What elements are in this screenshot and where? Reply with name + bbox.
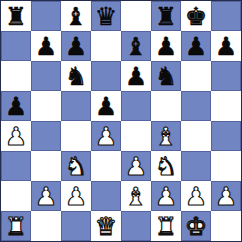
piece-black-pawn[interactable]: ♟ [5,94,27,119]
square-g1[interactable]: ♚ [181,211,211,241]
square-f2[interactable]: ♟ [151,181,181,211]
square-c1[interactable] [61,211,91,241]
piece-white-pawn[interactable]: ♟ [155,184,177,209]
piece-black-rook[interactable]: ♜ [155,4,177,29]
square-e7[interactable]: ♝ [121,31,151,61]
piece-black-knight[interactable]: ♞ [155,64,177,89]
square-d3[interactable] [91,151,121,181]
square-d1[interactable]: ♛ [91,211,121,241]
square-e3[interactable]: ♟ [121,151,151,181]
square-g6[interactable] [181,61,211,91]
square-b5[interactable] [31,91,61,121]
chess-board: ♜♝♛♜♚♟♟♝♟♟♟♞♟♞♟♟♟♟♝♞♟♞♟♟♝♟♟♟♜♛♜♚ [0,0,242,242]
square-f4[interactable]: ♝ [151,121,181,151]
square-f6[interactable]: ♞ [151,61,181,91]
square-f8[interactable]: ♜ [151,1,181,31]
square-a8[interactable]: ♜ [1,1,31,31]
square-b3[interactable] [31,151,61,181]
square-h7[interactable]: ♟ [211,31,241,61]
piece-white-knight[interactable]: ♞ [65,154,87,179]
square-b8[interactable] [31,1,61,31]
piece-white-rook[interactable]: ♜ [155,214,177,239]
square-e4[interactable] [121,121,151,151]
square-h6[interactable] [211,61,241,91]
piece-white-knight[interactable]: ♞ [155,154,177,179]
square-c7[interactable]: ♟ [61,31,91,61]
square-a3[interactable] [1,151,31,181]
square-d6[interactable] [91,61,121,91]
square-h3[interactable] [211,151,241,181]
square-h5[interactable] [211,91,241,121]
piece-black-pawn[interactable]: ♟ [95,94,117,119]
square-e6[interactable]: ♟ [121,61,151,91]
square-g3[interactable] [181,151,211,181]
square-e8[interactable] [121,1,151,31]
square-h2[interactable]: ♟ [211,181,241,211]
piece-black-rook[interactable]: ♜ [5,4,27,29]
square-h4[interactable] [211,121,241,151]
square-c8[interactable]: ♝ [61,1,91,31]
piece-white-pawn[interactable]: ♟ [5,124,27,149]
square-a6[interactable] [1,61,31,91]
square-d2[interactable] [91,181,121,211]
piece-black-knight[interactable]: ♞ [65,64,87,89]
piece-black-queen[interactable]: ♛ [95,4,117,29]
square-a7[interactable] [1,31,31,61]
square-c4[interactable] [61,121,91,151]
square-d4[interactable]: ♟ [91,121,121,151]
square-f3[interactable]: ♞ [151,151,181,181]
piece-white-pawn[interactable]: ♟ [215,184,237,209]
square-b4[interactable] [31,121,61,151]
piece-black-pawn[interactable]: ♟ [185,34,207,59]
square-h8[interactable] [211,1,241,31]
piece-black-bishop[interactable]: ♝ [65,4,87,29]
piece-white-king[interactable]: ♚ [185,214,207,239]
piece-white-bishop[interactable]: ♝ [155,124,177,149]
square-f5[interactable] [151,91,181,121]
piece-black-pawn[interactable]: ♟ [35,34,57,59]
square-b7[interactable]: ♟ [31,31,61,61]
piece-white-rook[interactable]: ♜ [5,214,27,239]
square-c2[interactable]: ♟ [61,181,91,211]
piece-black-bishop[interactable]: ♝ [125,34,147,59]
square-a5[interactable]: ♟ [1,91,31,121]
piece-black-pawn[interactable]: ♟ [215,34,237,59]
square-d5[interactable]: ♟ [91,91,121,121]
piece-white-queen[interactable]: ♛ [95,214,117,239]
square-b1[interactable] [31,211,61,241]
square-a4[interactable]: ♟ [1,121,31,151]
piece-white-pawn[interactable]: ♟ [125,154,147,179]
piece-white-pawn[interactable]: ♟ [95,124,117,149]
square-c3[interactable]: ♞ [61,151,91,181]
square-g5[interactable] [181,91,211,121]
square-f7[interactable]: ♟ [151,31,181,61]
square-a2[interactable] [1,181,31,211]
piece-white-pawn[interactable]: ♟ [35,184,57,209]
square-h1[interactable] [211,211,241,241]
square-a1[interactable]: ♜ [1,211,31,241]
square-f1[interactable]: ♜ [151,211,181,241]
square-g7[interactable]: ♟ [181,31,211,61]
square-g2[interactable]: ♟ [181,181,211,211]
piece-black-pawn[interactable]: ♟ [155,34,177,59]
square-b2[interactable]: ♟ [31,181,61,211]
piece-white-pawn[interactable]: ♟ [185,184,207,209]
square-e5[interactable] [121,91,151,121]
square-c5[interactable] [61,91,91,121]
square-g8[interactable]: ♚ [181,1,211,31]
piece-black-pawn[interactable]: ♟ [65,34,87,59]
piece-black-pawn[interactable]: ♟ [125,64,147,89]
piece-black-king[interactable]: ♚ [185,4,207,29]
square-g4[interactable] [181,121,211,151]
square-e1[interactable] [121,211,151,241]
square-d8[interactable]: ♛ [91,1,121,31]
square-c6[interactable]: ♞ [61,61,91,91]
piece-white-pawn[interactable]: ♟ [65,184,87,209]
square-e2[interactable]: ♝ [121,181,151,211]
square-d7[interactable] [91,31,121,61]
piece-white-bishop[interactable]: ♝ [125,184,147,209]
square-b6[interactable] [31,61,61,91]
